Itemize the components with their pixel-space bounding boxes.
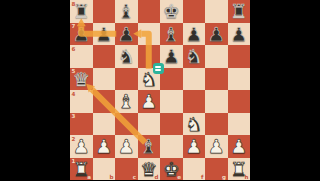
square-c7[interactable]: ♟ — [115, 23, 138, 46]
piece-black-pawn-a7[interactable]: ♟ — [70, 23, 93, 46]
square-g3[interactable] — [205, 113, 228, 136]
square-c5[interactable] — [115, 68, 138, 91]
square-g8[interactable] — [205, 0, 228, 23]
square-a7[interactable]: 7♟ — [70, 23, 93, 46]
square-h6[interactable] — [228, 45, 251, 68]
piece-black-pawn-b7[interactable]: ♟ — [93, 23, 116, 46]
square-g2[interactable]: ♟ — [205, 135, 228, 158]
file-label-c: c — [133, 174, 136, 180]
piece-white-knight-f3[interactable]: ♞ — [183, 113, 206, 136]
piece-black-rook-a8[interactable]: ♜ — [70, 0, 93, 23]
piece-black-pawn-c7[interactable]: ♟ — [115, 23, 138, 46]
square-h5[interactable] — [228, 68, 251, 91]
square-h3[interactable] — [228, 113, 251, 136]
square-b5[interactable] — [93, 68, 116, 91]
square-b8[interactable] — [93, 0, 116, 23]
piece-white-pawn-g2[interactable]: ♟ — [205, 135, 228, 158]
chess-board[interactable]: 8♜♝♚♜7♟♟♟♝♟♟♟6♞♟♞5♛♞4♝♟3♞2♟♟♟♝♟♟♟1a♜bcd♛… — [70, 0, 250, 180]
square-f7[interactable]: ♟ — [183, 23, 206, 46]
square-b1[interactable]: b — [93, 158, 116, 181]
square-c1[interactable]: c — [115, 158, 138, 181]
square-f5[interactable] — [183, 68, 206, 91]
piece-white-pawn-b2[interactable]: ♟ — [93, 135, 116, 158]
square-h7[interactable]: ♟ — [228, 23, 251, 46]
piece-black-king-e8[interactable]: ♚ — [160, 0, 183, 23]
chess-screenshot: 8♜♝♚♜7♟♟♟♝♟♟♟6♞♟♞5♛♞4♝♟3♞2♟♟♟♝♟♟♟1a♜bcd♛… — [0, 0, 320, 180]
square-f3[interactable]: ♞ — [183, 113, 206, 136]
square-f4[interactable] — [183, 90, 206, 113]
square-b2[interactable]: ♟ — [93, 135, 116, 158]
piece-black-bishop-d2[interactable]: ♝ — [138, 135, 161, 158]
piece-white-pawn-a2[interactable]: ♟ — [70, 135, 93, 158]
square-e7[interactable]: ♝ — [160, 23, 183, 46]
square-d1[interactable]: d♛ — [138, 158, 161, 181]
move-badge-equals-icon — [153, 63, 164, 74]
square-d3[interactable] — [138, 113, 161, 136]
square-g1[interactable]: g — [205, 158, 228, 181]
square-d7[interactable] — [138, 23, 161, 46]
rank-label-6: 6 — [72, 46, 76, 52]
square-h8[interactable]: ♜ — [228, 0, 251, 23]
square-b3[interactable] — [93, 113, 116, 136]
piece-black-knight-f6[interactable]: ♞ — [183, 45, 206, 68]
piece-black-bishop-e7[interactable]: ♝ — [160, 23, 183, 46]
piece-black-queen-a5[interactable]: ♛ — [70, 68, 93, 91]
square-e1[interactable]: e♚ — [160, 158, 183, 181]
square-g5[interactable] — [205, 68, 228, 91]
square-g7[interactable]: ♟ — [205, 23, 228, 46]
square-a8[interactable]: 8♜ — [70, 0, 93, 23]
square-f6[interactable]: ♞ — [183, 45, 206, 68]
piece-black-pawn-f7[interactable]: ♟ — [183, 23, 206, 46]
letterbox-left — [0, 0, 70, 180]
square-a1[interactable]: 1a♜ — [70, 158, 93, 181]
piece-black-bishop-c8[interactable]: ♝ — [115, 0, 138, 23]
square-e4[interactable] — [160, 90, 183, 113]
file-label-f: f — [201, 174, 203, 180]
piece-white-pawn-h2[interactable]: ♟ — [228, 135, 251, 158]
square-a3[interactable]: 3 — [70, 113, 93, 136]
file-label-b: b — [110, 174, 114, 180]
square-h1[interactable]: h♜ — [228, 158, 251, 181]
square-f8[interactable] — [183, 0, 206, 23]
square-d8[interactable] — [138, 0, 161, 23]
square-c2[interactable]: ♟ — [115, 135, 138, 158]
square-b7[interactable]: ♟ — [93, 23, 116, 46]
square-c3[interactable] — [115, 113, 138, 136]
square-g6[interactable] — [205, 45, 228, 68]
piece-black-rook-h8[interactable]: ♜ — [228, 0, 251, 23]
square-g4[interactable] — [205, 90, 228, 113]
square-e3[interactable] — [160, 113, 183, 136]
square-a2[interactable]: 2♟ — [70, 135, 93, 158]
square-h2[interactable]: ♟ — [228, 135, 251, 158]
square-b4[interactable] — [93, 90, 116, 113]
piece-white-queen-d1[interactable]: ♛ — [138, 158, 161, 181]
rank-label-3: 3 — [72, 113, 76, 119]
piece-white-bishop-c4[interactable]: ♝ — [115, 90, 138, 113]
piece-white-pawn-c2[interactable]: ♟ — [115, 135, 138, 158]
piece-black-pawn-g7[interactable]: ♟ — [205, 23, 228, 46]
square-c8[interactable]: ♝ — [115, 0, 138, 23]
square-a4[interactable]: 4 — [70, 90, 93, 113]
piece-white-rook-a1[interactable]: ♜ — [70, 158, 93, 181]
square-b6[interactable] — [93, 45, 116, 68]
square-d4[interactable]: ♟ — [138, 90, 161, 113]
piece-white-pawn-f2[interactable]: ♟ — [183, 135, 206, 158]
square-e2[interactable] — [160, 135, 183, 158]
square-a5[interactable]: 5♛ — [70, 68, 93, 91]
square-c4[interactable]: ♝ — [115, 90, 138, 113]
square-a6[interactable]: 6 — [70, 45, 93, 68]
square-c6[interactable]: ♞ — [115, 45, 138, 68]
piece-white-rook-h1[interactable]: ♜ — [228, 158, 251, 181]
piece-black-pawn-h7[interactable]: ♟ — [228, 23, 251, 46]
letterbox-right — [250, 0, 320, 180]
piece-white-pawn-d4[interactable]: ♟ — [138, 90, 161, 113]
square-f2[interactable]: ♟ — [183, 135, 206, 158]
square-d2[interactable]: ♝ — [138, 135, 161, 158]
square-e8[interactable]: ♚ — [160, 0, 183, 23]
rank-label-4: 4 — [72, 91, 76, 97]
file-label-g: g — [222, 174, 226, 180]
square-f1[interactable]: f — [183, 158, 206, 181]
piece-white-king-e1[interactable]: ♚ — [160, 158, 183, 181]
square-h4[interactable] — [228, 90, 251, 113]
piece-black-knight-c6[interactable]: ♞ — [115, 45, 138, 68]
